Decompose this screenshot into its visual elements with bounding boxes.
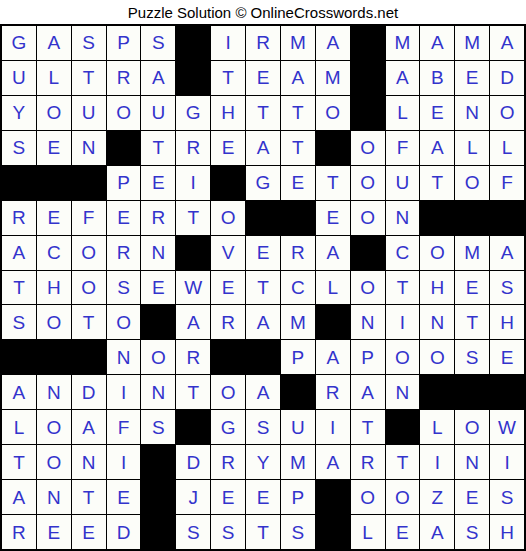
letter-cell-r1c15: A (490, 26, 524, 60)
letter-cell-r4c11: O (351, 131, 385, 165)
letter-cell-r7c10: A (316, 236, 350, 270)
letter-cell-r15c9: S (281, 515, 315, 549)
letter-cell-r1c4: P (107, 26, 141, 60)
letter-cell-r13c13: I (420, 445, 454, 479)
letter-cell-r2c3: T (72, 61, 106, 95)
letter-cell-r9c14: T (455, 305, 489, 339)
block-cell-r11c15 (490, 375, 524, 409)
letter-cell-r9c8: A (246, 305, 280, 339)
letter-cell-r2c2: L (37, 61, 71, 95)
letter-cell-r10c4: N (107, 340, 141, 374)
letter-cell-r13c10: A (316, 445, 350, 479)
letter-cell-r3c5: U (141, 96, 175, 130)
block-cell-r7c11 (351, 236, 385, 270)
letter-cell-r8c4: S (107, 271, 141, 305)
letter-cell-r2c1: U (2, 61, 36, 95)
letter-cell-r1c9: M (281, 26, 315, 60)
letter-cell-r14c1: A (2, 480, 36, 514)
letter-cell-r15c3: E (72, 515, 106, 549)
letter-cell-r4c13: A (420, 131, 454, 165)
letter-cell-r1c14: M (455, 26, 489, 60)
letter-cell-r12c1: L (2, 410, 36, 444)
letter-cell-r7c4: R (107, 236, 141, 270)
letter-cell-r7c3: O (72, 236, 106, 270)
letter-cell-r15c14: S (455, 515, 489, 549)
block-cell-r1c6 (176, 26, 210, 60)
letter-cell-r14c8: E (246, 480, 280, 514)
letter-cell-r4c3: N (72, 131, 106, 165)
letter-cell-r15c7: S (211, 515, 245, 549)
letter-cell-r9c9: M (281, 305, 315, 339)
letter-cell-r9c12: I (386, 305, 420, 339)
block-cell-r2c11 (351, 61, 385, 95)
block-cell-r6c8 (246, 201, 280, 235)
letter-cell-r14c15: S (490, 480, 524, 514)
letter-cell-r9c7: R (211, 305, 245, 339)
letter-cell-r7c2: C (37, 236, 71, 270)
letter-cell-r6c3: F (72, 201, 106, 235)
letter-cell-r3c12: L (386, 96, 420, 130)
letter-cell-r6c11: O (351, 201, 385, 235)
letter-cell-r12c7: G (211, 410, 245, 444)
letter-cell-r15c15: H (490, 515, 524, 549)
letter-cell-r11c3: D (72, 375, 106, 409)
letter-cell-r10c9: P (281, 340, 315, 374)
letter-cell-r9c3: T (72, 305, 106, 339)
letter-cell-r1c13: A (420, 26, 454, 60)
letter-cell-r11c12: N (386, 375, 420, 409)
letter-cell-r14c6: J (176, 480, 210, 514)
letter-cell-r12c10: I (316, 410, 350, 444)
letter-cell-r3c9: T (281, 96, 315, 130)
letter-cell-r13c14: N (455, 445, 489, 479)
letter-cell-r15c12: E (386, 515, 420, 549)
letter-cell-r11c8: A (246, 375, 280, 409)
block-cell-r1c11 (351, 26, 385, 60)
letter-cell-r4c12: F (386, 131, 420, 165)
letter-cell-r14c3: T (72, 480, 106, 514)
letter-cell-r4c2: E (37, 131, 71, 165)
block-cell-r5c1 (2, 166, 36, 200)
letter-cell-r12c3: A (72, 410, 106, 444)
letter-cell-r4c15: L (490, 131, 524, 165)
letter-cell-r14c13: Z (420, 480, 454, 514)
letter-cell-r10c14: S (455, 340, 489, 374)
letter-cell-r7c5: N (141, 236, 175, 270)
letter-cell-r1c8: R (246, 26, 280, 60)
letter-cell-r2c8: E (246, 61, 280, 95)
letter-cell-r12c14: O (455, 410, 489, 444)
letter-cell-r8c12: T (386, 271, 420, 305)
letter-cell-r8c15: S (490, 271, 524, 305)
letter-cell-r9c11: N (351, 305, 385, 339)
letter-cell-r8c3: O (72, 271, 106, 305)
letter-cell-r9c2: O (37, 305, 71, 339)
block-cell-r7c6 (176, 236, 210, 270)
letter-cell-r12c13: L (420, 410, 454, 444)
letter-cell-r11c1: A (2, 375, 36, 409)
letter-cell-r1c2: A (37, 26, 71, 60)
letter-cell-r11c7: O (211, 375, 245, 409)
page-title: Puzzle Solution © OnlineCrosswords.net (0, 0, 526, 24)
letter-cell-r11c2: N (37, 375, 71, 409)
letter-cell-r2c5: A (141, 61, 175, 95)
letter-cell-r6c1: R (2, 201, 36, 235)
letter-cell-r6c4: E (107, 201, 141, 235)
letter-cell-r15c11: L (351, 515, 385, 549)
letter-cell-r5c12: U (386, 166, 420, 200)
letter-cell-r13c7: R (211, 445, 245, 479)
letter-cell-r6c5: R (141, 201, 175, 235)
block-cell-r14c5 (141, 480, 175, 514)
letter-cell-r14c4: E (107, 480, 141, 514)
letter-cell-r12c11: T (351, 410, 385, 444)
letter-cell-r6c2: E (37, 201, 71, 235)
block-cell-r5c2 (37, 166, 71, 200)
letter-cell-r4c9: T (281, 131, 315, 165)
crossword-grid: GASPSIRMAMAMAULTRATEAMABEDYOUOUGHTTOLENO… (0, 24, 526, 551)
letter-cell-r10c13: O (420, 340, 454, 374)
letter-cell-r15c4: D (107, 515, 141, 549)
block-cell-r10c8 (246, 340, 280, 374)
letter-cell-r10c6: R (176, 340, 210, 374)
letter-cell-r11c6: T (176, 375, 210, 409)
block-cell-r3c11 (351, 96, 385, 130)
block-cell-r2c6 (176, 61, 210, 95)
letter-cell-r11c4: I (107, 375, 141, 409)
letter-cell-r3c15: O (490, 96, 524, 130)
letter-cell-r5c6: I (176, 166, 210, 200)
letter-cell-r2c15: D (490, 61, 524, 95)
letter-cell-r7c7: V (211, 236, 245, 270)
letter-cell-r14c11: O (351, 480, 385, 514)
block-cell-r11c14 (455, 375, 489, 409)
letter-cell-r4c6: R (176, 131, 210, 165)
letter-cell-r5c11: O (351, 166, 385, 200)
letter-cell-r10c11: P (351, 340, 385, 374)
letter-cell-r9c15: H (490, 305, 524, 339)
letter-cell-r12c15: W (490, 410, 524, 444)
letter-cell-r1c7: I (211, 26, 245, 60)
letter-cell-r12c9: U (281, 410, 315, 444)
block-cell-r4c4 (107, 131, 141, 165)
letter-cell-r5c13: T (420, 166, 454, 200)
letter-cell-r10c12: O (386, 340, 420, 374)
block-cell-r14c10 (316, 480, 350, 514)
letter-cell-r2c4: R (107, 61, 141, 95)
letter-cell-r1c10: A (316, 26, 350, 60)
letter-cell-r3c1: Y (2, 96, 36, 130)
block-cell-r10c7 (211, 340, 245, 374)
letter-cell-r5c9: E (281, 166, 315, 200)
letter-cell-r5c8: G (246, 166, 280, 200)
letter-cell-r9c4: O (107, 305, 141, 339)
letter-cell-r4c8: A (246, 131, 280, 165)
letter-cell-r8c14: E (455, 271, 489, 305)
letter-cell-r7c15: A (490, 236, 524, 270)
letter-cell-r8c7: E (211, 271, 245, 305)
block-cell-r5c3 (72, 166, 106, 200)
letter-cell-r3c6: G (176, 96, 210, 130)
letter-cell-r6c7: O (211, 201, 245, 235)
block-cell-r10c3 (72, 340, 106, 374)
letter-cell-r8c13: H (420, 271, 454, 305)
letter-cell-r9c1: S (2, 305, 36, 339)
letter-cell-r3c7: H (211, 96, 245, 130)
letter-cell-r8c5: E (141, 271, 175, 305)
letter-cell-r2c9: A (281, 61, 315, 95)
letter-cell-r9c13: N (420, 305, 454, 339)
letter-cell-r4c1: S (2, 131, 36, 165)
letter-cell-r7c1: A (2, 236, 36, 270)
block-cell-r6c14 (455, 201, 489, 235)
block-cell-r13c5 (141, 445, 175, 479)
letter-cell-r14c14: E (455, 480, 489, 514)
block-cell-r15c10 (316, 515, 350, 549)
letter-cell-r4c14: L (455, 131, 489, 165)
letter-cell-r3c3: U (72, 96, 106, 130)
letter-cell-r15c13: A (420, 515, 454, 549)
letter-cell-r3c14: N (455, 96, 489, 130)
letter-cell-r13c9: M (281, 445, 315, 479)
letter-cell-r3c4: O (107, 96, 141, 130)
letter-cell-r5c10: T (316, 166, 350, 200)
letter-cell-r1c5: S (141, 26, 175, 60)
letter-cell-r10c10: A (316, 340, 350, 374)
letter-cell-r6c12: N (386, 201, 420, 235)
block-cell-r15c5 (141, 515, 175, 549)
letter-cell-r3c8: T (246, 96, 280, 130)
letter-cell-r8c1: T (2, 271, 36, 305)
letter-cell-r12c5: S (141, 410, 175, 444)
letter-cell-r8c10: L (316, 271, 350, 305)
letter-cell-r13c4: I (107, 445, 141, 479)
block-cell-r6c9 (281, 201, 315, 235)
block-cell-r11c9 (281, 375, 315, 409)
letter-cell-r15c6: S (176, 515, 210, 549)
letter-cell-r13c8: Y (246, 445, 280, 479)
letter-cell-r13c2: O (37, 445, 71, 479)
block-cell-r12c6 (176, 410, 210, 444)
letter-cell-r2c13: B (420, 61, 454, 95)
block-cell-r11c13 (420, 375, 454, 409)
letter-cell-r14c12: O (386, 480, 420, 514)
letter-cell-r5c5: E (141, 166, 175, 200)
letter-cell-r3c10: O (316, 96, 350, 130)
letter-cell-r5c4: P (107, 166, 141, 200)
letter-cell-r8c9: C (281, 271, 315, 305)
letter-cell-r15c1: R (2, 515, 36, 549)
block-cell-r5c7 (211, 166, 245, 200)
letter-cell-r14c7: E (211, 480, 245, 514)
letter-cell-r6c6: T (176, 201, 210, 235)
block-cell-r10c2 (37, 340, 71, 374)
letter-cell-r13c6: D (176, 445, 210, 479)
letter-cell-r2c12: A (386, 61, 420, 95)
letter-cell-r13c15: I (490, 445, 524, 479)
letter-cell-r7c14: M (455, 236, 489, 270)
block-cell-r12c12 (386, 410, 420, 444)
letter-cell-r3c2: O (37, 96, 71, 130)
block-cell-r9c5 (141, 305, 175, 339)
letter-cell-r6c10: E (316, 201, 350, 235)
letter-cell-r4c7: E (211, 131, 245, 165)
letter-cell-r7c8: E (246, 236, 280, 270)
letter-cell-r10c15: E (490, 340, 524, 374)
letter-cell-r5c15: F (490, 166, 524, 200)
letter-cell-r15c8: T (246, 515, 280, 549)
letter-cell-r5c14: O (455, 166, 489, 200)
letter-cell-r8c8: T (246, 271, 280, 305)
letter-cell-r2c7: T (211, 61, 245, 95)
letter-cell-r11c10: R (316, 375, 350, 409)
letter-cell-r11c11: A (351, 375, 385, 409)
letter-cell-r2c10: M (316, 61, 350, 95)
letter-cell-r1c1: G (2, 26, 36, 60)
letter-cell-r13c12: T (386, 445, 420, 479)
letter-cell-r1c3: S (72, 26, 106, 60)
letter-cell-r11c5: N (141, 375, 175, 409)
letter-cell-r3c13: E (420, 96, 454, 130)
letter-cell-r13c11: R (351, 445, 385, 479)
letter-cell-r13c3: N (72, 445, 106, 479)
page: Puzzle Solution © OnlineCrosswords.net G… (0, 0, 526, 551)
block-cell-r6c13 (420, 201, 454, 235)
letter-cell-r8c11: O (351, 271, 385, 305)
block-cell-r4c10 (316, 131, 350, 165)
letter-cell-r2c14: E (455, 61, 489, 95)
block-cell-r6c15 (490, 201, 524, 235)
letter-cell-r12c4: F (107, 410, 141, 444)
letter-cell-r7c13: O (420, 236, 454, 270)
letter-cell-r10c5: O (141, 340, 175, 374)
letter-cell-r13c1: T (2, 445, 36, 479)
letter-cell-r14c2: N (37, 480, 71, 514)
letter-cell-r8c2: H (37, 271, 71, 305)
block-cell-r10c1 (2, 340, 36, 374)
letter-cell-r12c2: O (37, 410, 71, 444)
letter-cell-r8c6: W (176, 271, 210, 305)
letter-cell-r9c6: A (176, 305, 210, 339)
letter-cell-r4c5: T (141, 131, 175, 165)
letter-cell-r7c12: C (386, 236, 420, 270)
letter-cell-r12c8: S (246, 410, 280, 444)
letter-cell-r1c12: M (386, 26, 420, 60)
letter-cell-r7c9: R (281, 236, 315, 270)
block-cell-r9c10 (316, 305, 350, 339)
letter-cell-r14c9: P (281, 480, 315, 514)
letter-cell-r15c2: E (37, 515, 71, 549)
